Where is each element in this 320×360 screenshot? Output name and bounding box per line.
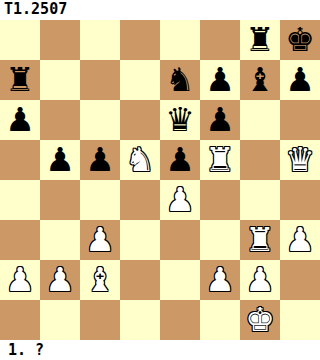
square-d3[interactable]: [120, 220, 160, 260]
white-rook-g3: ♜: [240, 220, 280, 260]
square-e1[interactable]: [160, 300, 200, 340]
square-e7[interactable]: ♞: [160, 60, 200, 100]
square-f4[interactable]: [200, 180, 240, 220]
square-c5[interactable]: ♟: [80, 140, 120, 180]
square-b5[interactable]: ♟: [40, 140, 80, 180]
square-g7[interactable]: ♝: [240, 60, 280, 100]
square-f1[interactable]: [200, 300, 240, 340]
square-f5[interactable]: ♜: [200, 140, 240, 180]
black-pawn-a6: ♟: [0, 100, 40, 140]
square-a6[interactable]: ♟: [0, 100, 40, 140]
square-h4[interactable]: [280, 180, 320, 220]
square-h3[interactable]: ♟: [280, 220, 320, 260]
square-d2[interactable]: [120, 260, 160, 300]
square-c7[interactable]: [80, 60, 120, 100]
white-pawn-f2: ♟: [200, 260, 240, 300]
black-rook-g8: ♜: [240, 20, 280, 60]
white-knight-d5: ♞: [120, 140, 160, 180]
square-d4[interactable]: [120, 180, 160, 220]
black-pawn-f7: ♟: [200, 60, 240, 100]
square-a8[interactable]: [0, 20, 40, 60]
square-b4[interactable]: [40, 180, 80, 220]
black-pawn-h7: ♟: [280, 60, 320, 100]
square-g3[interactable]: ♜: [240, 220, 280, 260]
square-b8[interactable]: [40, 20, 80, 60]
square-h6[interactable]: [280, 100, 320, 140]
square-b1[interactable]: [40, 300, 80, 340]
square-c1[interactable]: [80, 300, 120, 340]
square-c8[interactable]: [80, 20, 120, 60]
square-g8[interactable]: ♜: [240, 20, 280, 60]
white-pawn-e4: ♟: [160, 180, 200, 220]
puzzle-page: T1.2507 ♜♚♜♞♟♝♟♟♛♟♟♟♞♟♜♛♟♟♜♟♟♟♝♟♟♚ 1. ?: [0, 0, 320, 360]
black-bishop-g7: ♝: [240, 60, 280, 100]
black-queen-e6: ♛: [160, 100, 200, 140]
black-pawn-e5: ♟: [160, 140, 200, 180]
square-b7[interactable]: [40, 60, 80, 100]
square-e2[interactable]: [160, 260, 200, 300]
square-g2[interactable]: ♟: [240, 260, 280, 300]
square-d7[interactable]: [120, 60, 160, 100]
square-e4[interactable]: ♟: [160, 180, 200, 220]
square-c2[interactable]: ♝: [80, 260, 120, 300]
square-a7[interactable]: ♜: [0, 60, 40, 100]
white-pawn-a2: ♟: [0, 260, 40, 300]
square-h1[interactable]: [280, 300, 320, 340]
move-prompt: 1. ?: [0, 340, 320, 360]
square-a2[interactable]: ♟: [0, 260, 40, 300]
square-f3[interactable]: [200, 220, 240, 260]
white-bishop-c2: ♝: [80, 260, 120, 300]
black-pawn-b5: ♟: [40, 140, 80, 180]
square-g5[interactable]: [240, 140, 280, 180]
square-h2[interactable]: [280, 260, 320, 300]
square-d6[interactable]: [120, 100, 160, 140]
square-c6[interactable]: [80, 100, 120, 140]
square-a3[interactable]: [0, 220, 40, 260]
white-pawn-h3: ♟: [280, 220, 320, 260]
square-f6[interactable]: ♟: [200, 100, 240, 140]
square-c4[interactable]: [80, 180, 120, 220]
white-queen-h5: ♛: [280, 140, 320, 180]
white-pawn-b2: ♟: [40, 260, 80, 300]
black-rook-a7: ♜: [0, 60, 40, 100]
square-d1[interactable]: [120, 300, 160, 340]
black-king-h8: ♚: [280, 20, 320, 60]
square-e6[interactable]: ♛: [160, 100, 200, 140]
white-king-g1: ♚: [240, 300, 280, 340]
square-a4[interactable]: [0, 180, 40, 220]
square-g4[interactable]: [240, 180, 280, 220]
square-e8[interactable]: [160, 20, 200, 60]
square-d5[interactable]: ♞: [120, 140, 160, 180]
white-pawn-c3: ♟: [80, 220, 120, 260]
black-pawn-f6: ♟: [200, 100, 240, 140]
square-g1[interactable]: ♚: [240, 300, 280, 340]
square-d8[interactable]: [120, 20, 160, 60]
black-knight-e7: ♞: [160, 60, 200, 100]
square-b2[interactable]: ♟: [40, 260, 80, 300]
white-pawn-g2: ♟: [240, 260, 280, 300]
square-f2[interactable]: ♟: [200, 260, 240, 300]
square-b6[interactable]: [40, 100, 80, 140]
square-f7[interactable]: ♟: [200, 60, 240, 100]
square-e3[interactable]: [160, 220, 200, 260]
square-h8[interactable]: ♚: [280, 20, 320, 60]
square-a5[interactable]: [0, 140, 40, 180]
black-pawn-c5: ♟: [80, 140, 120, 180]
chess-board: ♜♚♜♞♟♝♟♟♛♟♟♟♞♟♜♛♟♟♜♟♟♟♝♟♟♚: [0, 20, 320, 340]
square-h5[interactable]: ♛: [280, 140, 320, 180]
square-a1[interactable]: [0, 300, 40, 340]
square-f8[interactable]: [200, 20, 240, 60]
square-e5[interactable]: ♟: [160, 140, 200, 180]
square-h7[interactable]: ♟: [280, 60, 320, 100]
square-g6[interactable]: [240, 100, 280, 140]
puzzle-title: T1.2507: [0, 0, 320, 20]
square-b3[interactable]: [40, 220, 80, 260]
white-rook-f5: ♜: [200, 140, 240, 180]
square-c3[interactable]: ♟: [80, 220, 120, 260]
